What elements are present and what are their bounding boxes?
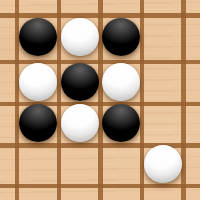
stone-black <box>19 104 57 142</box>
gomoku-board[interactable] <box>0 0 200 200</box>
grid-line-vertical <box>57 0 62 200</box>
stone-white <box>144 145 182 183</box>
stone-white <box>102 63 140 101</box>
grid-line-vertical <box>140 0 145 200</box>
stone-white <box>61 104 99 142</box>
stone-black <box>102 18 140 56</box>
grid-line-vertical <box>15 0 20 200</box>
stone-black <box>61 63 99 101</box>
stone-white <box>61 18 99 56</box>
grid-line-vertical <box>181 0 186 200</box>
stone-black <box>19 18 57 56</box>
grid-line-horizontal <box>0 184 200 189</box>
stone-black <box>102 104 140 142</box>
stone-white <box>19 63 57 101</box>
grid-line-horizontal <box>0 13 200 18</box>
